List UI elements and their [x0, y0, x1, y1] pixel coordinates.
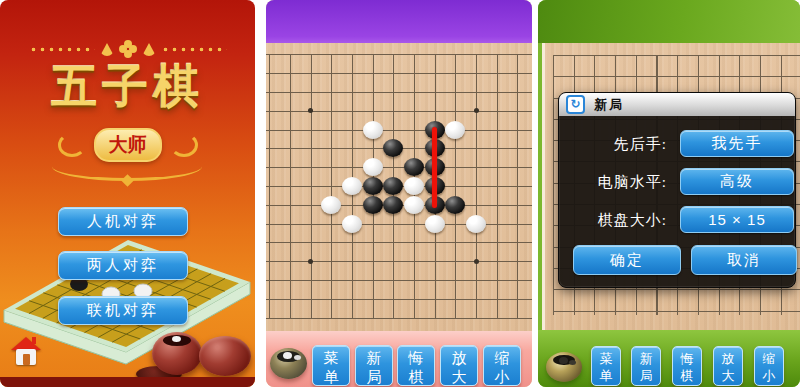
gold-curl-icon [170, 133, 198, 157]
online-play-button[interactable]: 联机对弈 [58, 296, 188, 325]
grid-line [266, 242, 532, 243]
black-stone [383, 139, 403, 157]
green-header-bar [538, 0, 800, 43]
gold-dots-right [161, 46, 227, 53]
bottom-red-bar [0, 377, 255, 387]
stone-bowl-left [152, 332, 202, 375]
gold-leaf-icon [142, 43, 156, 56]
first-move-select[interactable]: 我先手 [680, 130, 794, 157]
black-stone [383, 196, 403, 214]
grid-line [266, 92, 532, 93]
cancel-button[interactable]: 取消 [691, 245, 797, 275]
zoom-in-button[interactable]: 放 大 [713, 346, 743, 386]
grid-line [266, 261, 532, 262]
star-point [308, 108, 313, 113]
menu-button[interactable]: 菜 单 [312, 345, 350, 386]
dialog-title-bar: ↻ 新局 [559, 93, 795, 116]
star-point [474, 108, 479, 113]
grid-line [455, 54, 456, 318]
ai-level-select[interactable]: 高级 [680, 168, 794, 195]
stone-bowl-right [199, 336, 251, 376]
gold-leaf-icon [100, 43, 114, 56]
black-stone [363, 196, 383, 214]
play-vs-computer-button[interactable]: 人机对弈 [58, 207, 188, 236]
white-stone [445, 121, 465, 139]
black-stone [383, 177, 403, 195]
toolbar: 菜 单 新 局 悔 棋 放 大 缩 小 [266, 331, 532, 387]
background-board: ↻ 新局 先后手: 我先手 电脑水平: 高级 棋盘大小: 15 × 15 确定 … [542, 43, 800, 330]
winning-line [432, 127, 437, 208]
panel-new-game-dialog: ↻ 新局 先后手: 我先手 电脑水平: 高级 棋盘大小: 15 × 15 确定 … [538, 0, 800, 387]
grid-line [266, 280, 532, 281]
home-icon[interactable] [10, 336, 42, 370]
new-game-button[interactable]: 新 局 [355, 345, 393, 386]
grid-line [266, 73, 532, 74]
board-size-select[interactable]: 15 × 15 [680, 206, 794, 233]
black-stone [404, 158, 424, 176]
panel-title-screen: 五子棋 大师 [0, 0, 255, 387]
new-game-button[interactable]: 新 局 [631, 346, 661, 386]
white-stone [404, 177, 424, 195]
gold-dots-left [29, 46, 95, 53]
black-stone [445, 196, 465, 214]
gold-curl-icon [58, 133, 86, 157]
gomoku-board[interactable] [266, 43, 532, 331]
white-stone [363, 158, 383, 176]
new-game-refresh-icon: ↻ [566, 95, 585, 114]
white-stone [342, 177, 362, 195]
grid-line [266, 299, 532, 300]
white-stone [404, 196, 424, 214]
stone-bowl-icon [546, 352, 582, 382]
ai-level-label: 电脑水平: [567, 173, 667, 192]
grid-line [476, 54, 477, 318]
toolbar: 菜 单 新 局 悔 棋 放 大 缩 小 [538, 330, 800, 387]
black-stone [363, 177, 383, 195]
undo-button[interactable]: 悔 棋 [672, 346, 702, 386]
first-move-label: 先后手: [567, 135, 667, 154]
grid-line [266, 224, 532, 225]
new-game-dialog: ↻ 新局 先后手: 我先手 电脑水平: 高级 棋盘大小: 15 × 15 确定 … [558, 92, 796, 288]
board-size-label: 棋盘大小: [567, 211, 667, 230]
white-stone [342, 215, 362, 233]
white-stone-in-bowl [172, 336, 181, 342]
grid-line [266, 318, 532, 319]
stone-bowl-icon [270, 348, 307, 379]
confirm-button[interactable]: 确定 [573, 245, 681, 275]
grid-line [266, 130, 532, 131]
zoom-out-button[interactable]: 缩 小 [483, 345, 521, 386]
two-player-button[interactable]: 两人对弈 [58, 251, 188, 280]
panel-game-won: 菜 单 新 局 悔 棋 放 大 缩 小 [266, 0, 532, 387]
dialog-title: 新局 [594, 96, 624, 114]
zoom-out-button[interactable]: 缩 小 [754, 346, 784, 386]
home-door [23, 354, 30, 365]
game-title: 五子棋 [0, 56, 255, 118]
app-store-screenshot-strip: 五子棋 大师 [0, 0, 800, 387]
grid-line [266, 54, 532, 55]
undo-button[interactable]: 悔 棋 [397, 345, 435, 386]
white-stone [425, 215, 445, 233]
star-point [308, 259, 313, 264]
purple-header-bar [266, 0, 532, 43]
grid-line [266, 167, 532, 168]
home-chimney [32, 337, 36, 344]
white-stone [466, 215, 486, 233]
menu-button[interactable]: 菜 单 [591, 346, 621, 386]
zoom-in-button[interactable]: 放 大 [440, 345, 478, 386]
white-stone [321, 196, 341, 214]
star-point [474, 259, 479, 264]
grid-line [517, 54, 518, 318]
grid-line [497, 54, 498, 318]
grid-line [266, 111, 532, 112]
white-stone [363, 121, 383, 139]
